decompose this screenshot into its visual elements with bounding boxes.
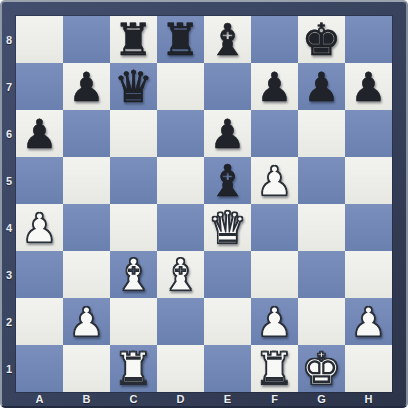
rank-label-3: 3	[2, 251, 16, 298]
piece-white-pawn[interactable]: ♟	[69, 302, 105, 342]
square-f3[interactable]	[251, 251, 298, 298]
square-d5[interactable]	[157, 157, 204, 204]
file-label-g: G	[298, 392, 345, 406]
file-label-b: B	[63, 392, 110, 406]
square-h4[interactable]	[345, 204, 392, 251]
piece-black-rook[interactable]: ♜	[114, 18, 153, 62]
chess-board-frame: 87654321 ABCDEFGH ♜♜♝♚♟♛♟♟♟♟♟♝♟♟♛♝♝♟♟♟♜♜…	[0, 0, 408, 408]
square-h2[interactable]: ♟	[345, 298, 392, 345]
piece-white-pawn[interactable]: ♟	[257, 161, 293, 201]
file-label-a: A	[16, 392, 63, 406]
square-a1[interactable]	[16, 345, 63, 392]
rank-label-4: 4	[2, 204, 16, 251]
piece-black-pawn[interactable]: ♟	[22, 114, 58, 154]
rank-label-6: 6	[2, 110, 16, 157]
square-c7[interactable]: ♛	[110, 63, 157, 110]
square-a6[interactable]: ♟	[16, 110, 63, 157]
square-c2[interactable]	[110, 298, 157, 345]
chess-board: ♜♜♝♚♟♛♟♟♟♟♟♝♟♟♛♝♝♟♟♟♜♜♚	[16, 16, 392, 392]
piece-white-king[interactable]: ♚	[302, 347, 341, 391]
square-g3[interactable]	[298, 251, 345, 298]
file-labels: ABCDEFGH	[16, 392, 392, 406]
square-f2[interactable]: ♟	[251, 298, 298, 345]
square-a3[interactable]	[16, 251, 63, 298]
square-d8[interactable]: ♜	[157, 16, 204, 63]
square-e4[interactable]: ♛	[204, 204, 251, 251]
square-d7[interactable]	[157, 63, 204, 110]
square-c5[interactable]	[110, 157, 157, 204]
rank-label-8: 8	[2, 16, 16, 63]
square-f5[interactable]: ♟	[251, 157, 298, 204]
square-e2[interactable]	[204, 298, 251, 345]
square-c8[interactable]: ♜	[110, 16, 157, 63]
rank-label-7: 7	[2, 63, 16, 110]
square-h3[interactable]	[345, 251, 392, 298]
square-g1[interactable]: ♚	[298, 345, 345, 392]
square-d2[interactable]	[157, 298, 204, 345]
square-d1[interactable]	[157, 345, 204, 392]
square-g5[interactable]	[298, 157, 345, 204]
piece-black-rook[interactable]: ♜	[161, 18, 200, 62]
file-label-d: D	[157, 392, 204, 406]
square-b6[interactable]	[63, 110, 110, 157]
piece-black-pawn[interactable]: ♟	[210, 114, 246, 154]
square-d4[interactable]	[157, 204, 204, 251]
square-c1[interactable]: ♜	[110, 345, 157, 392]
square-h7[interactable]: ♟	[345, 63, 392, 110]
square-e8[interactable]: ♝	[204, 16, 251, 63]
piece-white-pawn[interactable]: ♟	[351, 302, 387, 342]
square-c4[interactable]	[110, 204, 157, 251]
file-label-h: H	[345, 392, 392, 406]
square-f4[interactable]	[251, 204, 298, 251]
piece-white-bishop[interactable]: ♝	[114, 253, 153, 297]
square-b1[interactable]	[63, 345, 110, 392]
rank-label-5: 5	[2, 157, 16, 204]
piece-white-bishop[interactable]: ♝	[161, 253, 200, 297]
piece-white-pawn[interactable]: ♟	[22, 208, 58, 248]
square-g6[interactable]	[298, 110, 345, 157]
square-g7[interactable]: ♟	[298, 63, 345, 110]
file-label-f: F	[251, 392, 298, 406]
file-label-e: E	[204, 392, 251, 406]
rank-label-2: 2	[2, 298, 16, 345]
piece-black-bishop[interactable]: ♝	[208, 159, 247, 203]
square-b4[interactable]	[63, 204, 110, 251]
square-f7[interactable]: ♟	[251, 63, 298, 110]
square-b5[interactable]	[63, 157, 110, 204]
square-a8[interactable]	[16, 16, 63, 63]
square-a4[interactable]: ♟	[16, 204, 63, 251]
square-e3[interactable]	[204, 251, 251, 298]
square-d3[interactable]: ♝	[157, 251, 204, 298]
square-g8[interactable]: ♚	[298, 16, 345, 63]
square-c3[interactable]: ♝	[110, 251, 157, 298]
rank-label-1: 1	[2, 345, 16, 392]
square-b3[interactable]	[63, 251, 110, 298]
piece-white-rook[interactable]: ♜	[114, 347, 153, 391]
piece-black-pawn[interactable]: ♟	[257, 67, 293, 107]
piece-black-queen[interactable]: ♛	[114, 65, 153, 109]
file-label-c: C	[110, 392, 157, 406]
piece-black-king[interactable]: ♚	[302, 18, 341, 62]
square-g2[interactable]	[298, 298, 345, 345]
square-b8[interactable]	[63, 16, 110, 63]
square-b7[interactable]: ♟	[63, 63, 110, 110]
rank-labels: 87654321	[2, 16, 16, 392]
piece-white-queen[interactable]: ♛	[208, 206, 247, 250]
square-f8[interactable]	[251, 16, 298, 63]
piece-black-pawn[interactable]: ♟	[304, 67, 340, 107]
square-d6[interactable]	[157, 110, 204, 157]
piece-black-pawn[interactable]: ♟	[351, 67, 387, 107]
piece-black-bishop[interactable]: ♝	[208, 18, 247, 62]
square-h5[interactable]	[345, 157, 392, 204]
square-f6[interactable]	[251, 110, 298, 157]
piece-black-pawn[interactable]: ♟	[69, 67, 105, 107]
square-h8[interactable]	[345, 16, 392, 63]
square-a2[interactable]	[16, 298, 63, 345]
square-c6[interactable]	[110, 110, 157, 157]
square-a7[interactable]	[16, 63, 63, 110]
piece-white-pawn[interactable]: ♟	[257, 302, 293, 342]
square-e6[interactable]: ♟	[204, 110, 251, 157]
square-a5[interactable]	[16, 157, 63, 204]
square-h6[interactable]	[345, 110, 392, 157]
square-b2[interactable]: ♟	[63, 298, 110, 345]
piece-white-rook[interactable]: ♜	[255, 347, 294, 391]
square-h1[interactable]	[345, 345, 392, 392]
square-f1[interactable]: ♜	[251, 345, 298, 392]
square-g4[interactable]	[298, 204, 345, 251]
square-e7[interactable]	[204, 63, 251, 110]
square-e5[interactable]: ♝	[204, 157, 251, 204]
square-e1[interactable]	[204, 345, 251, 392]
